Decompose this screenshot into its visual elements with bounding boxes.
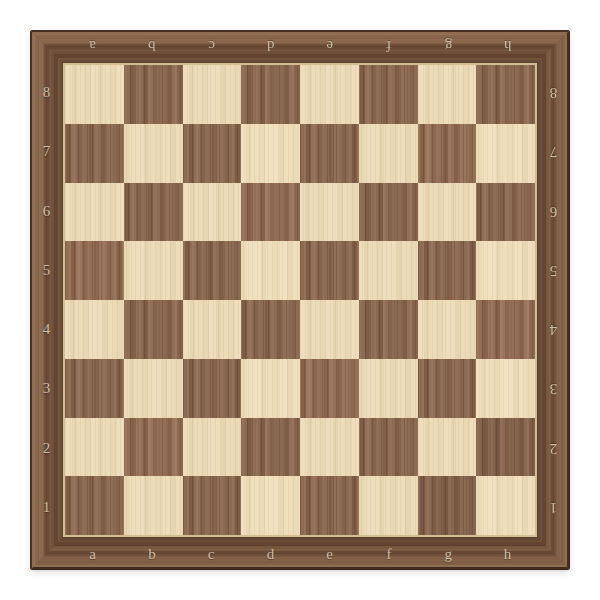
square-h5[interactable] — [476, 241, 535, 300]
square-f2[interactable] — [359, 418, 418, 477]
square-f8[interactable] — [359, 65, 418, 124]
chess-board: abcdefgh abcdefgh 87654321 87654321 — [30, 30, 570, 570]
square-b4[interactable] — [124, 300, 183, 359]
square-d5[interactable] — [241, 241, 300, 300]
square-a4[interactable] — [65, 300, 124, 359]
square-b5[interactable] — [124, 241, 183, 300]
square-c6[interactable] — [183, 183, 242, 242]
square-h2[interactable] — [476, 418, 535, 477]
square-a7[interactable] — [65, 124, 124, 183]
square-d4[interactable] — [241, 300, 300, 359]
square-b8[interactable] — [124, 65, 183, 124]
square-h6[interactable] — [476, 183, 535, 242]
square-c4[interactable] — [183, 300, 242, 359]
board-frame-top — [30, 30, 570, 63]
square-c2[interactable] — [183, 418, 242, 477]
square-d1[interactable] — [241, 476, 300, 535]
square-h3[interactable] — [476, 359, 535, 418]
square-d6[interactable] — [241, 183, 300, 242]
square-b1[interactable] — [124, 476, 183, 535]
square-d8[interactable] — [241, 65, 300, 124]
square-f1[interactable] — [359, 476, 418, 535]
square-a1[interactable] — [65, 476, 124, 535]
page: abcdefgh abcdefgh 87654321 87654321 — [0, 0, 600, 600]
square-c8[interactable] — [183, 65, 242, 124]
square-h8[interactable] — [476, 65, 535, 124]
square-g1[interactable] — [418, 476, 477, 535]
square-e4[interactable] — [300, 300, 359, 359]
square-g4[interactable] — [418, 300, 477, 359]
board-frame-right — [537, 30, 570, 570]
square-d7[interactable] — [241, 124, 300, 183]
square-c1[interactable] — [183, 476, 242, 535]
square-b2[interactable] — [124, 418, 183, 477]
square-b6[interactable] — [124, 183, 183, 242]
square-f7[interactable] — [359, 124, 418, 183]
square-g2[interactable] — [418, 418, 477, 477]
square-e7[interactable] — [300, 124, 359, 183]
board-field — [63, 63, 537, 537]
square-g5[interactable] — [418, 241, 477, 300]
square-e6[interactable] — [300, 183, 359, 242]
square-e1[interactable] — [300, 476, 359, 535]
board-frame-bottom — [30, 537, 570, 570]
square-e2[interactable] — [300, 418, 359, 477]
square-g3[interactable] — [418, 359, 477, 418]
square-e8[interactable] — [300, 65, 359, 124]
square-d2[interactable] — [241, 418, 300, 477]
square-b3[interactable] — [124, 359, 183, 418]
square-g8[interactable] — [418, 65, 477, 124]
square-a3[interactable] — [65, 359, 124, 418]
square-a6[interactable] — [65, 183, 124, 242]
square-g7[interactable] — [418, 124, 477, 183]
square-f5[interactable] — [359, 241, 418, 300]
square-a8[interactable] — [65, 65, 124, 124]
square-e5[interactable] — [300, 241, 359, 300]
square-b7[interactable] — [124, 124, 183, 183]
square-c5[interactable] — [183, 241, 242, 300]
square-d3[interactable] — [241, 359, 300, 418]
square-h7[interactable] — [476, 124, 535, 183]
square-h4[interactable] — [476, 300, 535, 359]
square-g6[interactable] — [418, 183, 477, 242]
square-c3[interactable] — [183, 359, 242, 418]
square-f3[interactable] — [359, 359, 418, 418]
square-f4[interactable] — [359, 300, 418, 359]
square-c7[interactable] — [183, 124, 242, 183]
square-e3[interactable] — [300, 359, 359, 418]
square-f6[interactable] — [359, 183, 418, 242]
square-a2[interactable] — [65, 418, 124, 477]
square-h1[interactable] — [476, 476, 535, 535]
board-frame-left — [30, 30, 63, 570]
square-a5[interactable] — [65, 241, 124, 300]
